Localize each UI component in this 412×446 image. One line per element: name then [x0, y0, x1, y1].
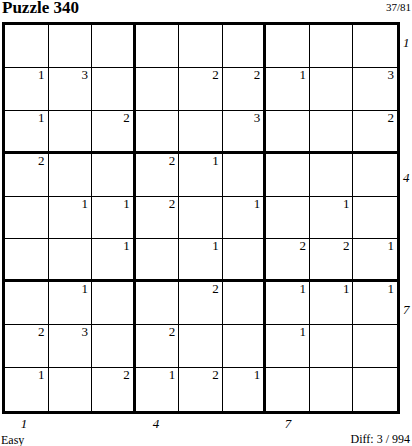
clue-digit: 3: [388, 68, 395, 82]
cell-r8c8[interactable]: [310, 325, 354, 368]
cell-r9c4[interactable]: 1: [136, 368, 180, 411]
cell-r7c3[interactable]: [92, 282, 136, 325]
cell-r1c8[interactable]: [310, 25, 354, 68]
cell-r3c7[interactable]: [266, 111, 310, 154]
clue-digit: 2: [388, 111, 395, 125]
cell-r1c9[interactable]: [353, 25, 397, 68]
cell-r3c4[interactable]: [136, 111, 180, 154]
cell-r4c2[interactable]: [49, 154, 93, 197]
cell-r9c9[interactable]: [353, 368, 397, 411]
cell-r4c3[interactable]: [92, 154, 136, 197]
cell-r6c5[interactable]: 1: [179, 239, 223, 282]
clue-digit: 1: [123, 239, 130, 253]
cell-r9c3[interactable]: 2: [92, 368, 136, 411]
clue-digit: 2: [169, 197, 176, 211]
col-coordinate-1: 1: [14, 417, 34, 431]
cell-r1c1[interactable]: [5, 25, 49, 68]
difficulty-label: Easy: [1, 433, 24, 446]
cell-r5c9[interactable]: [353, 197, 397, 240]
clue-digit: 2: [169, 325, 176, 339]
cell-r9c7[interactable]: [266, 368, 310, 411]
cell-r2c7[interactable]: 1: [266, 68, 310, 111]
cell-r3c1[interactable]: 1: [5, 111, 49, 154]
clue-digit: 1: [82, 197, 89, 211]
clue-digit: 1: [254, 197, 261, 211]
cell-r3c9[interactable]: 2: [353, 111, 397, 154]
col-coordinate-7: 7: [278, 417, 298, 431]
cell-r8c7[interactable]: 1: [266, 325, 310, 368]
clue-digit: 1: [343, 282, 350, 296]
diff-rating: Diff: 3 / 994: [351, 432, 410, 446]
cell-r1c2[interactable]: [49, 25, 93, 68]
clue-digit: 1: [82, 282, 89, 296]
clue-digit: 2: [299, 239, 306, 253]
cell-r2c1[interactable]: 1: [5, 68, 49, 111]
cell-r6c8[interactable]: 2: [310, 239, 354, 282]
clue-digit: 1: [212, 154, 219, 168]
cell-r7c9[interactable]: 1: [353, 282, 397, 325]
cell-r6c9[interactable]: 1: [353, 239, 397, 282]
cell-r4c8[interactable]: [310, 154, 354, 197]
clue-digit: 1: [299, 325, 306, 339]
cell-r6c4[interactable]: [136, 239, 180, 282]
cell-r3c8[interactable]: [310, 111, 354, 154]
clue-digit: 2: [169, 154, 176, 168]
cell-r4c6[interactable]: [223, 154, 267, 197]
cell-r9c6[interactable]: 1: [223, 368, 267, 411]
clue-digit: 2: [212, 368, 219, 382]
cell-r5c4[interactable]: 2: [136, 197, 180, 240]
clue-digit: 1: [299, 282, 306, 296]
cell-r4c7[interactable]: [266, 154, 310, 197]
cell-r6c3[interactable]: 1: [92, 239, 136, 282]
cell-r9c5[interactable]: 2: [179, 368, 223, 411]
cell-r7c2[interactable]: 1: [49, 282, 93, 325]
clue-digit: 1: [212, 239, 219, 253]
cell-r1c6[interactable]: [223, 25, 267, 68]
cell-r4c1[interactable]: 2: [5, 154, 49, 197]
clue-digit: 1: [38, 368, 45, 382]
cell-r4c4[interactable]: 2: [136, 154, 180, 197]
cell-r3c2[interactable]: [49, 111, 93, 154]
clue-digit: 1: [388, 282, 395, 296]
cell-r2c3[interactable]: [92, 68, 136, 111]
clue-digit: 3: [82, 68, 89, 82]
cell-r5c3[interactable]: 1: [92, 197, 136, 240]
cell-r6c6[interactable]: [223, 239, 267, 282]
clue-digit: 1: [38, 111, 45, 125]
cell-r2c8[interactable]: [310, 68, 354, 111]
cell-r5c5[interactable]: [179, 197, 223, 240]
clue-digit: 3: [254, 111, 261, 125]
cell-r8c1[interactable]: 2: [5, 325, 49, 368]
row-coordinate-1: 1: [403, 36, 412, 50]
cell-r3c5[interactable]: [179, 111, 223, 154]
cell-r8c2[interactable]: 3: [49, 325, 93, 368]
cell-r8c6[interactable]: [223, 325, 267, 368]
col-coordinate-4: 4: [146, 417, 166, 431]
cell-r5c2[interactable]: 1: [49, 197, 93, 240]
cell-r6c7[interactable]: 2: [266, 239, 310, 282]
cell-r7c5[interactable]: 2: [179, 282, 223, 325]
clue-digit: 1: [38, 68, 45, 82]
cell-r1c3[interactable]: [92, 25, 136, 68]
cell-r7c8[interactable]: 1: [310, 282, 354, 325]
cell-r2c9[interactable]: 3: [353, 68, 397, 111]
clue-digit: 1: [169, 368, 176, 382]
cell-r4c9[interactable]: [353, 154, 397, 197]
clue-digit: 2: [254, 68, 261, 82]
clue-digit: 1: [343, 197, 350, 211]
puzzle-board: 1322131232221112111122112111232112121: [2, 22, 400, 414]
cell-r5c6[interactable]: 1: [223, 197, 267, 240]
cell-r4c5[interactable]: 1: [179, 154, 223, 197]
cell-r6c1[interactable]: [5, 239, 49, 282]
cell-r8c4[interactable]: 2: [136, 325, 180, 368]
cell-r2c6[interactable]: 2: [223, 68, 267, 111]
row-coordinate-4: 4: [403, 171, 412, 185]
clue-digit: 2: [212, 282, 219, 296]
cell-r1c7[interactable]: [266, 25, 310, 68]
cell-r8c5[interactable]: [179, 325, 223, 368]
clue-digit: 2: [343, 239, 350, 253]
cell-r1c4[interactable]: [136, 25, 180, 68]
cell-r3c6[interactable]: 3: [223, 111, 267, 154]
cell-r2c4[interactable]: [136, 68, 180, 111]
clue-digit: 2: [123, 368, 130, 382]
page-title: Puzzle 340: [2, 0, 79, 18]
clue-digit: 2: [38, 325, 45, 339]
clue-digit: 1: [123, 197, 130, 211]
clue-digit: 3: [82, 325, 89, 339]
clue-count: 37/81: [386, 1, 411, 13]
clue-digit: 2: [212, 68, 219, 82]
cell-r9c1[interactable]: 1: [5, 368, 49, 411]
cell-r7c1[interactable]: [5, 282, 49, 325]
cell-r2c5[interactable]: 2: [179, 68, 223, 111]
cell-r6c2[interactable]: [49, 239, 93, 282]
cell-r7c7[interactable]: 1: [266, 282, 310, 325]
cell-r2c2[interactable]: 3: [49, 68, 93, 111]
cell-r8c3[interactable]: [92, 325, 136, 368]
clue-digit: 1: [388, 239, 395, 253]
cell-r7c4[interactable]: [136, 282, 180, 325]
cell-r5c1[interactable]: [5, 197, 49, 240]
cell-r5c8[interactable]: 1: [310, 197, 354, 240]
cell-r8c9[interactable]: [353, 325, 397, 368]
clue-digit: 1: [254, 368, 261, 382]
cell-r9c2[interactable]: [49, 368, 93, 411]
row-coordinate-7: 7: [403, 303, 412, 317]
clue-digit: 2: [38, 154, 45, 168]
cell-r1c5[interactable]: [179, 25, 223, 68]
cell-r3c3[interactable]: 2: [92, 111, 136, 154]
cell-r7c6[interactable]: [223, 282, 267, 325]
cell-r5c7[interactable]: [266, 197, 310, 240]
cell-r9c8[interactable]: [310, 368, 354, 411]
clue-digit: 2: [123, 111, 130, 125]
clue-digit: 1: [299, 68, 306, 82]
